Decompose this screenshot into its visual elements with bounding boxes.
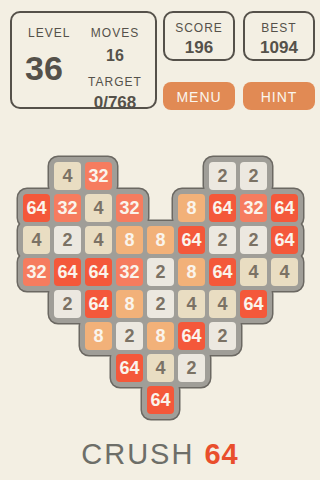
tile-32[interactable]: 32 [116, 258, 143, 286]
tile-64[interactable]: 64 [209, 194, 236, 222]
tile-2[interactable]: 2 [209, 322, 236, 350]
tile-2[interactable]: 2 [54, 226, 81, 254]
tile-32[interactable]: 32 [54, 194, 81, 222]
tile-64[interactable]: 64 [116, 354, 143, 382]
goal-text: CRUSH 64 [0, 438, 320, 471]
best-panel: BEST 1094 [243, 11, 315, 61]
hint-button[interactable]: HINT [243, 82, 315, 110]
tile-2[interactable]: 2 [240, 162, 267, 190]
score-panel: SCORE 196 [163, 11, 235, 61]
tile-64[interactable]: 64 [178, 226, 205, 254]
tile-8[interactable]: 8 [178, 258, 205, 286]
tile-64[interactable]: 64 [23, 194, 50, 222]
tile-2[interactable]: 2 [54, 290, 81, 318]
tile-8[interactable]: 8 [116, 226, 143, 254]
target-value: 0/768 [84, 93, 146, 113]
tile-8[interactable]: 8 [116, 290, 143, 318]
tile-2[interactable]: 2 [209, 162, 236, 190]
tile-8[interactable]: 8 [85, 322, 112, 350]
goal-word: CRUSH [81, 438, 194, 470]
tile-4[interactable]: 4 [85, 194, 112, 222]
best-value: 1094 [245, 38, 313, 58]
tile-64[interactable]: 64 [147, 386, 174, 414]
tile-4[interactable]: 4 [271, 258, 298, 286]
score-value: 196 [165, 38, 233, 58]
tile-64[interactable]: 64 [271, 194, 298, 222]
tile-4[interactable]: 4 [85, 226, 112, 254]
best-label: BEST [245, 21, 313, 35]
tile-2[interactable]: 2 [178, 354, 205, 382]
level-value: 36 [25, 49, 63, 88]
tile-2[interactable]: 2 [116, 322, 143, 350]
tile-2[interactable]: 2 [147, 290, 174, 318]
tile-2[interactable]: 2 [209, 226, 236, 254]
tile-8[interactable]: 8 [147, 322, 174, 350]
tile-4[interactable]: 4 [23, 226, 50, 254]
level-panel: LEVEL 36 MOVES 16 TARGET 0/768 [10, 11, 157, 109]
moves-label: MOVES [84, 26, 146, 40]
tile-32[interactable]: 32 [116, 194, 143, 222]
tile-4[interactable]: 4 [54, 162, 81, 190]
tile-4[interactable]: 4 [240, 258, 267, 286]
tile-8[interactable]: 8 [178, 194, 205, 222]
tile-2[interactable]: 2 [147, 258, 174, 286]
target-label: TARGET [84, 75, 146, 89]
tile-64[interactable]: 64 [85, 290, 112, 318]
tile-64[interactable]: 64 [85, 258, 112, 286]
tile-32[interactable]: 32 [85, 162, 112, 190]
tile-4[interactable]: 4 [209, 290, 236, 318]
tile-4[interactable]: 4 [178, 290, 205, 318]
tile-64[interactable]: 64 [240, 290, 267, 318]
menu-button[interactable]: MENU [163, 82, 235, 110]
tile-2[interactable]: 2 [240, 226, 267, 254]
tile-64[interactable]: 64 [178, 322, 205, 350]
tile-4[interactable]: 4 [147, 354, 174, 382]
tile-32[interactable]: 32 [240, 194, 267, 222]
tile-64[interactable]: 64 [54, 258, 81, 286]
game-board[interactable]: 4322264324328643264424886422643264643228… [21, 160, 300, 416]
level-label: LEVEL [28, 26, 70, 40]
tile-32[interactable]: 32 [23, 258, 50, 286]
moves-value: 16 [84, 47, 146, 65]
tile-64[interactable]: 64 [209, 258, 236, 286]
score-label: SCORE [165, 21, 233, 35]
tile-64[interactable]: 64 [271, 226, 298, 254]
tile-8[interactable]: 8 [147, 226, 174, 254]
goal-number: 64 [204, 438, 238, 470]
